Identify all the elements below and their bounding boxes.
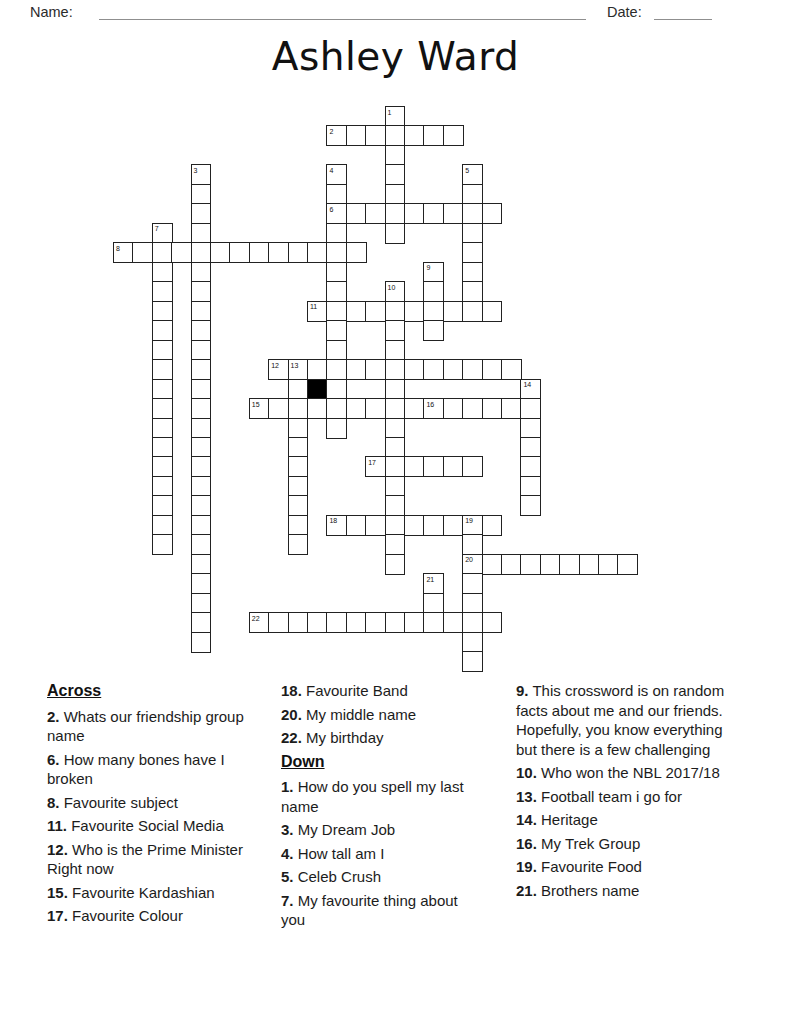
grid-cell[interactable]	[191, 359, 212, 380]
clue-item: 6. How many bones have I broken	[47, 750, 255, 789]
grid-cell[interactable]	[249, 242, 270, 263]
grid-cell[interactable]	[152, 223, 173, 244]
grid-cell[interactable]	[346, 125, 367, 146]
grid-cell[interactable]	[365, 515, 386, 536]
clue-number: 20.	[281, 706, 302, 723]
grid-cell[interactable]	[191, 554, 212, 575]
grid-cell[interactable]	[443, 125, 464, 146]
grid-cell[interactable]	[249, 612, 270, 633]
clue-number: 19.	[516, 858, 537, 875]
clue-item: 22. My birthday	[281, 728, 466, 748]
grid-cell[interactable]	[152, 340, 173, 361]
grid-cell[interactable]	[462, 281, 483, 302]
grid-cell[interactable]	[520, 495, 541, 516]
grid-cell[interactable]	[385, 301, 406, 322]
grid-cell[interactable]	[443, 612, 464, 633]
clue-number: 21.	[516, 882, 537, 899]
clue-item: 16. My Trek Group	[516, 834, 741, 854]
grid-cell-black	[307, 379, 328, 400]
grid-cell[interactable]	[482, 554, 503, 575]
grid-cell[interactable]	[423, 320, 444, 341]
grid-cell[interactable]	[482, 398, 503, 419]
clue-item: 17. Favourite Colour	[47, 906, 255, 926]
clue-column: Across2. Whats our friendship group name…	[47, 681, 255, 930]
grid-cell[interactable]	[191, 164, 212, 185]
grid-cell[interactable]	[501, 398, 522, 419]
grid-cell[interactable]	[482, 203, 503, 224]
grid-cell[interactable]	[326, 281, 347, 302]
grid-cell[interactable]	[385, 145, 406, 166]
clue-number: 18.	[281, 682, 302, 699]
grid-cell[interactable]	[385, 125, 406, 146]
clue-number: 16.	[516, 835, 537, 852]
grid-cell[interactable]	[365, 398, 386, 419]
grid-cell[interactable]	[326, 379, 347, 400]
grid-cell[interactable]	[520, 476, 541, 497]
grid-cell[interactable]	[385, 515, 406, 536]
grid-cell[interactable]	[462, 515, 483, 536]
clue-number: 5.	[281, 868, 294, 885]
grid-cell[interactable]	[385, 359, 406, 380]
grid-cell[interactable]	[385, 456, 406, 477]
clue-item: 13. Football team i go for	[516, 787, 741, 807]
grid-cell[interactable]	[346, 242, 367, 263]
grid-cell[interactable]	[171, 242, 192, 263]
grid-cell[interactable]	[346, 301, 367, 322]
grid-cell[interactable]	[443, 301, 464, 322]
grid-cell[interactable]	[307, 359, 328, 380]
grid-cell[interactable]	[462, 301, 483, 322]
clue-item: 11. Favourite Social Media	[47, 816, 255, 836]
clue-item: 1. How do you spell my last name	[281, 777, 466, 816]
grid-cell[interactable]	[423, 359, 444, 380]
clue-number: 22.	[281, 729, 302, 746]
grid-cell[interactable]	[385, 418, 406, 439]
grid-cell[interactable]	[152, 242, 173, 263]
clue-heading-down: Down	[281, 752, 466, 772]
grid-cell[interactable]	[423, 281, 444, 302]
grid-cell[interactable]	[191, 418, 212, 439]
clue-column: 18. Favourite Band20. My middle name22. …	[281, 681, 466, 934]
clue-number: 10.	[516, 764, 537, 781]
grid-cell[interactable]	[598, 554, 619, 575]
clue-number: 13.	[516, 788, 537, 805]
grid-cell[interactable]	[462, 534, 483, 555]
grid-cell[interactable]	[326, 164, 347, 185]
grid-cell[interactable]	[191, 281, 212, 302]
grid-cell[interactable]	[385, 320, 406, 341]
clue-item: 19. Favourite Food	[516, 857, 741, 877]
grid-cell[interactable]	[191, 398, 212, 419]
grid-cell[interactable]	[191, 632, 212, 653]
clue-item: 9. This crossword is on random facts abo…	[516, 681, 741, 759]
grid-cell[interactable]	[152, 515, 173, 536]
grid-cell[interactable]	[191, 203, 212, 224]
grid-cell[interactable]	[191, 456, 212, 477]
clue-column: 9. This crossword is on random facts abo…	[516, 681, 741, 904]
clue-number: 3.	[281, 821, 294, 838]
clue-number: 6.	[47, 751, 60, 768]
grid-cell[interactable]	[462, 612, 483, 633]
clue-item: 2. Whats our friendship group name	[47, 707, 255, 746]
grid-cell[interactable]	[288, 476, 309, 497]
grid-cell[interactable]	[346, 612, 367, 633]
clue-heading-across: Across	[47, 681, 255, 701]
grid-cell[interactable]	[462, 184, 483, 205]
grid-cell[interactable]	[152, 398, 173, 419]
grid-cell[interactable]	[520, 456, 541, 477]
clue-number: 14.	[516, 811, 537, 828]
grid-cell[interactable]	[365, 359, 386, 380]
grid-cell[interactable]	[443, 398, 464, 419]
grid-cell[interactable]	[462, 554, 483, 575]
grid-cell[interactable]	[152, 476, 173, 497]
grid-cell[interactable]	[365, 456, 386, 477]
grid-cell[interactable]	[462, 593, 483, 614]
grid-cell[interactable]	[326, 203, 347, 224]
grid-cell[interactable]	[268, 398, 289, 419]
grid-cell[interactable]	[443, 456, 464, 477]
clue-item: 12. Who is the Prime Minister Right now	[47, 840, 255, 879]
grid-cell[interactable]	[152, 418, 173, 439]
clue-item: 8. Favourite subject	[47, 793, 255, 813]
grid-cell[interactable]	[385, 534, 406, 555]
date-label: Date:	[607, 4, 642, 20]
grid-cell[interactable]	[423, 262, 444, 283]
grid-cell[interactable]	[288, 379, 309, 400]
grid-cell[interactable]	[152, 262, 173, 283]
crossword-grid: 12345678910111213141516171819202122	[113, 106, 640, 674]
grid-cell[interactable]	[501, 359, 522, 380]
clue-item: 15. Favourite Kardashian	[47, 883, 255, 903]
grid-cell[interactable]	[326, 418, 347, 439]
grid-cell[interactable]	[191, 515, 212, 536]
grid-cell[interactable]	[404, 515, 425, 536]
grid-cell[interactable]	[365, 612, 386, 633]
grid-cell[interactable]	[249, 398, 270, 419]
grid-cell[interactable]	[443, 515, 464, 536]
grid-cell[interactable]	[191, 534, 212, 555]
grid-cell[interactable]	[443, 359, 464, 380]
grid-cell[interactable]	[423, 125, 444, 146]
grid-cell[interactable]	[482, 301, 503, 322]
grid-cell[interactable]	[326, 223, 347, 244]
grid-cell[interactable]	[385, 223, 406, 244]
grid-cell[interactable]	[385, 476, 406, 497]
grid-cell[interactable]	[617, 554, 638, 575]
name-label: Name:	[30, 4, 73, 20]
clue-item: 21. Brothers name	[516, 881, 741, 901]
grid-cell[interactable]	[191, 593, 212, 614]
clue-number: 2.	[47, 708, 60, 725]
grid-cell[interactable]	[152, 456, 173, 477]
grid-cell[interactable]	[346, 359, 367, 380]
clue-number: 4.	[281, 845, 294, 862]
grid-cell[interactable]	[326, 359, 347, 380]
grid-cell[interactable]	[385, 106, 406, 127]
grid-cell[interactable]	[501, 554, 522, 575]
grid-cell[interactable]	[268, 242, 289, 263]
grid-cell[interactable]	[462, 573, 483, 594]
grid-cell[interactable]	[288, 437, 309, 458]
grid-cell[interactable]	[462, 164, 483, 185]
grid-cell[interactable]	[191, 184, 212, 205]
grid-cell[interactable]	[326, 184, 347, 205]
grid-cell[interactable]	[385, 495, 406, 516]
clue-item: 18. Favourite Band	[281, 681, 466, 701]
grid-cell[interactable]	[385, 203, 406, 224]
clue-number: 12.	[47, 841, 68, 858]
clue-item: 14. Heritage	[516, 810, 741, 830]
grid-cell[interactable]	[385, 554, 406, 575]
date-input-line[interactable]	[654, 19, 712, 20]
clue-number: 15.	[47, 884, 68, 901]
grid-cell[interactable]	[346, 203, 367, 224]
grid-cell[interactable]	[423, 398, 444, 419]
grid-cell[interactable]	[152, 437, 173, 458]
grid-cell[interactable]	[191, 340, 212, 361]
grid-cell[interactable]	[191, 301, 212, 322]
grid-cell[interactable]	[229, 242, 250, 263]
grid-cell[interactable]	[462, 203, 483, 224]
grid-cell[interactable]	[462, 398, 483, 419]
grid-cell[interactable]	[152, 301, 173, 322]
grid-cell[interactable]	[288, 418, 309, 439]
grid-cell[interactable]	[152, 534, 173, 555]
grid-cell[interactable]	[326, 515, 347, 536]
grid-cell[interactable]	[404, 456, 425, 477]
grid-cell[interactable]	[326, 242, 347, 263]
grid-cell[interactable]	[346, 398, 367, 419]
grid-cell[interactable]	[385, 612, 406, 633]
clue-number: 1.	[281, 778, 294, 795]
grid-cell[interactable]	[462, 262, 483, 283]
clue-item: 3. My Dream Job	[281, 820, 466, 840]
grid-cell[interactable]	[423, 593, 444, 614]
grid-cell[interactable]	[288, 359, 309, 380]
grid-cell[interactable]	[385, 281, 406, 302]
grid-cell[interactable]	[482, 515, 503, 536]
grid-cell[interactable]	[462, 223, 483, 244]
grid-cell[interactable]	[423, 301, 444, 322]
grid-cell[interactable]	[268, 612, 289, 633]
grid-cell[interactable]	[307, 612, 328, 633]
grid-cell[interactable]	[288, 495, 309, 516]
clue-item: 10. Who won the NBL 2017/18	[516, 763, 741, 783]
grid-cell[interactable]	[482, 612, 503, 633]
grid-cell[interactable]	[288, 398, 309, 419]
grid-cell[interactable]	[326, 612, 347, 633]
grid-cell[interactable]	[385, 184, 406, 205]
grid-cell[interactable]	[191, 242, 212, 263]
grid-cell[interactable]	[191, 379, 212, 400]
grid-cell[interactable]	[462, 632, 483, 653]
clue-item: 7. My favourite thing about you	[281, 891, 466, 930]
grid-cell[interactable]	[365, 203, 386, 224]
grid-cell[interactable]	[385, 437, 406, 458]
clue-number: 11.	[47, 817, 67, 834]
grid-cell[interactable]	[559, 554, 580, 575]
clue-number: 9.	[516, 682, 529, 699]
grid-cell[interactable]	[404, 398, 425, 419]
clue-number: 17.	[47, 907, 68, 924]
grid-cell[interactable]	[404, 359, 425, 380]
clue-number: 8.	[47, 794, 60, 811]
worksheet-page: Name: Date: Ashley Ward 1234567891011121…	[0, 0, 791, 1024]
grid-cell[interactable]	[191, 223, 212, 244]
grid-cell[interactable]	[307, 398, 328, 419]
grid-cell[interactable]	[520, 418, 541, 439]
grid-cell[interactable]	[288, 515, 309, 536]
grid-cell[interactable]	[443, 203, 464, 224]
grid-cell[interactable]	[326, 262, 347, 283]
grid-cell[interactable]	[520, 437, 541, 458]
grid-cell[interactable]	[191, 437, 212, 458]
grid-cell[interactable]	[385, 379, 406, 400]
name-input-line[interactable]	[99, 19, 586, 20]
grid-cell[interactable]	[404, 612, 425, 633]
grid-cell[interactable]	[520, 554, 541, 575]
grid-cell[interactable]	[113, 242, 134, 263]
grid-cell[interactable]	[307, 301, 328, 322]
grid-cell[interactable]	[404, 125, 425, 146]
grid-cell[interactable]	[288, 242, 309, 263]
grid-cell[interactable]	[210, 242, 231, 263]
grid-cell[interactable]	[462, 242, 483, 263]
grid-cell[interactable]	[404, 301, 425, 322]
grid-cell[interactable]	[191, 476, 212, 497]
grid-cell[interactable]	[462, 359, 483, 380]
grid-cell[interactable]	[152, 320, 173, 341]
grid-cell[interactable]	[326, 398, 347, 419]
grid-cell[interactable]	[152, 495, 173, 516]
grid-cell[interactable]	[326, 320, 347, 341]
clue-item: 20. My middle name	[281, 705, 466, 725]
grid-cell[interactable]	[191, 262, 212, 283]
grid-cell[interactable]	[288, 456, 309, 477]
puzzle-title: Ashley Ward	[0, 34, 791, 79]
grid-cell[interactable]	[288, 534, 309, 555]
clue-item: 4. How tall am I	[281, 844, 466, 864]
grid-cell[interactable]	[540, 554, 561, 575]
grid-cell[interactable]	[132, 242, 153, 263]
grid-cell[interactable]	[191, 612, 212, 633]
grid-cell[interactable]	[423, 203, 444, 224]
grid-cell[interactable]	[152, 379, 173, 400]
grid-cell[interactable]	[191, 320, 212, 341]
grid-cell[interactable]	[191, 573, 212, 594]
grid-cell[interactable]	[326, 301, 347, 322]
grid-cell[interactable]	[423, 573, 444, 594]
grid-cell[interactable]	[385, 164, 406, 185]
grid-cell[interactable]	[191, 495, 212, 516]
grid-cell[interactable]	[423, 515, 444, 536]
grid-cell[interactable]	[482, 359, 503, 380]
grid-cell[interactable]	[462, 651, 483, 672]
grid-cell[interactable]	[346, 515, 367, 536]
grid-cell[interactable]	[579, 554, 600, 575]
grid-cell[interactable]	[326, 340, 347, 361]
clue-number: 7.	[281, 892, 294, 909]
grid-cell[interactable]	[268, 359, 289, 380]
grid-cell[interactable]	[520, 379, 541, 400]
grid-cell[interactable]	[423, 612, 444, 633]
grid-cell[interactable]	[520, 398, 541, 419]
clue-item: 5. Celeb Crush	[281, 867, 466, 887]
grid-cell[interactable]	[152, 359, 173, 380]
grid-cell[interactable]	[423, 456, 444, 477]
grid-cell[interactable]	[326, 125, 347, 146]
grid-cell[interactable]	[462, 456, 483, 477]
grid-cell[interactable]	[307, 242, 328, 263]
grid-cell[interactable]	[152, 281, 173, 302]
grid-cell[interactable]	[365, 125, 386, 146]
grid-cell[interactable]	[288, 612, 309, 633]
grid-cell[interactable]	[365, 301, 386, 322]
grid-cell[interactable]	[385, 398, 406, 419]
grid-cell[interactable]	[385, 340, 406, 361]
grid-cell[interactable]	[404, 203, 425, 224]
